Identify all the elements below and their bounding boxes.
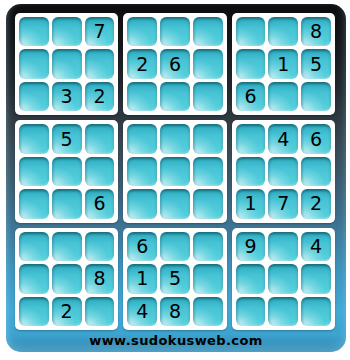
site-url-link[interactable]: www.sudokusweb.com <box>6 331 346 349</box>
cell-r5c9[interactable] <box>301 157 331 186</box>
box-r2c3: 46172 <box>232 120 335 222</box>
box-r2c2 <box>123 120 226 222</box>
cell-r9c2[interactable]: 2 <box>52 297 82 326</box>
cell-r2c2[interactable] <box>52 49 82 78</box>
cell-r4c7[interactable] <box>236 124 266 153</box>
cell-r7c4[interactable]: 6 <box>127 232 157 261</box>
cell-r4c1[interactable] <box>19 124 49 153</box>
cell-r5c4[interactable] <box>127 157 157 186</box>
cell-r8c1[interactable] <box>19 264 49 293</box>
box-r1c2: 26 <box>123 13 226 115</box>
cell-r4c4[interactable] <box>127 124 157 153</box>
cell-r8c7[interactable] <box>236 264 266 293</box>
cell-r7c6[interactable] <box>193 232 223 261</box>
box-r3c1: 82 <box>15 228 118 330</box>
cell-r8c5[interactable]: 5 <box>160 264 190 293</box>
cell-r9c3[interactable] <box>85 297 115 326</box>
sudoku-board: 7322681565646172826154894 www.sudokusweb… <box>6 4 346 352</box>
cell-r3c7[interactable]: 6 <box>236 82 266 111</box>
cell-r6c6[interactable] <box>193 189 223 218</box>
cell-r3c9[interactable] <box>301 82 331 111</box>
cell-r4c6[interactable] <box>193 124 223 153</box>
cell-r6c9[interactable]: 2 <box>301 189 331 218</box>
cell-r4c3[interactable] <box>85 124 115 153</box>
cell-r2c6[interactable] <box>193 49 223 78</box>
cell-r2c1[interactable] <box>19 49 49 78</box>
cell-r2c4[interactable]: 2 <box>127 49 157 78</box>
cell-r1c2[interactable] <box>52 17 82 46</box>
cell-r1c6[interactable] <box>193 17 223 46</box>
cell-r7c2[interactable] <box>52 232 82 261</box>
cell-r9c8[interactable] <box>268 297 298 326</box>
cell-r5c1[interactable] <box>19 157 49 186</box>
cell-r1c4[interactable] <box>127 17 157 46</box>
cell-r5c8[interactable] <box>268 157 298 186</box>
cell-r7c5[interactable] <box>160 232 190 261</box>
cell-r7c9[interactable]: 4 <box>301 232 331 261</box>
cell-r9c5[interactable]: 8 <box>160 297 190 326</box>
cell-r6c4[interactable] <box>127 189 157 218</box>
box-r1c1: 732 <box>15 13 118 115</box>
cell-r2c7[interactable] <box>236 49 266 78</box>
cell-r5c5[interactable] <box>160 157 190 186</box>
cell-r9c1[interactable] <box>19 297 49 326</box>
box-r2c1: 56 <box>15 120 118 222</box>
cell-r8c3[interactable]: 8 <box>85 264 115 293</box>
cell-r5c6[interactable] <box>193 157 223 186</box>
cell-r1c5[interactable] <box>160 17 190 46</box>
cell-r9c6[interactable] <box>193 297 223 326</box>
cell-r3c8[interactable] <box>268 82 298 111</box>
cell-r6c3[interactable]: 6 <box>85 189 115 218</box>
cell-r9c4[interactable]: 4 <box>127 297 157 326</box>
cell-r3c5[interactable] <box>160 82 190 111</box>
cell-r3c2[interactable]: 3 <box>52 82 82 111</box>
cell-r4c9[interactable]: 6 <box>301 124 331 153</box>
cell-r7c3[interactable] <box>85 232 115 261</box>
cell-r1c7[interactable] <box>236 17 266 46</box>
cell-r1c8[interactable] <box>268 17 298 46</box>
cell-r7c1[interactable] <box>19 232 49 261</box>
cell-r7c8[interactable] <box>268 232 298 261</box>
cell-r2c8[interactable]: 1 <box>268 49 298 78</box>
cell-r4c8[interactable]: 4 <box>268 124 298 153</box>
box-r3c2: 61548 <box>123 228 226 330</box>
cell-r6c7[interactable]: 1 <box>236 189 266 218</box>
box-r1c3: 8156 <box>232 13 335 115</box>
box-r3c3: 94 <box>232 228 335 330</box>
cell-r4c2[interactable]: 5 <box>52 124 82 153</box>
cell-r5c2[interactable] <box>52 157 82 186</box>
cell-r8c4[interactable]: 1 <box>127 264 157 293</box>
cell-r3c6[interactable] <box>193 82 223 111</box>
cell-r3c3[interactable]: 2 <box>85 82 115 111</box>
cell-r3c1[interactable] <box>19 82 49 111</box>
cell-r8c6[interactable] <box>193 264 223 293</box>
cell-r2c9[interactable]: 5 <box>301 49 331 78</box>
cell-r6c2[interactable] <box>52 189 82 218</box>
cell-r5c3[interactable] <box>85 157 115 186</box>
cell-r2c3[interactable] <box>85 49 115 78</box>
page: 7322681565646172826154894 www.sudokusweb… <box>0 0 350 360</box>
cell-r5c7[interactable] <box>236 157 266 186</box>
cell-r3c4[interactable] <box>127 82 157 111</box>
cell-r9c9[interactable] <box>301 297 331 326</box>
cell-r4c5[interactable] <box>160 124 190 153</box>
cell-r7c7[interactable]: 9 <box>236 232 266 261</box>
cell-r1c9[interactable]: 8 <box>301 17 331 46</box>
cell-r1c1[interactable] <box>19 17 49 46</box>
cell-r8c2[interactable] <box>52 264 82 293</box>
cell-r8c8[interactable] <box>268 264 298 293</box>
cell-r1c3[interactable]: 7 <box>85 17 115 46</box>
cell-r6c8[interactable]: 7 <box>268 189 298 218</box>
cell-r8c9[interactable] <box>301 264 331 293</box>
cell-r6c1[interactable] <box>19 189 49 218</box>
cell-r2c5[interactable]: 6 <box>160 49 190 78</box>
cell-r9c7[interactable] <box>236 297 266 326</box>
cell-r6c5[interactable] <box>160 189 190 218</box>
sudoku-grid: 7322681565646172826154894 <box>15 13 335 330</box>
